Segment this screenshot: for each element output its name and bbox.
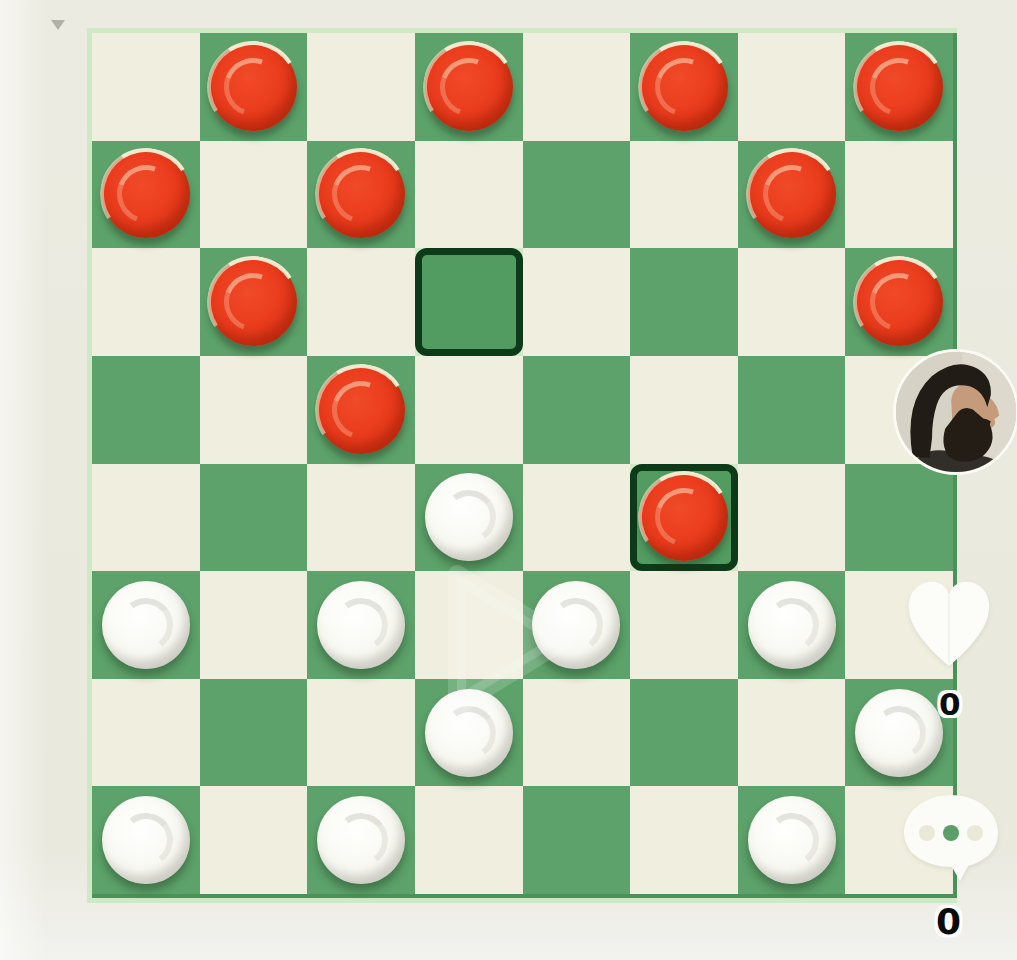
red-piece[interactable] xyxy=(425,43,513,131)
square-r5c5 xyxy=(523,464,631,572)
square-r1c8[interactable] xyxy=(845,33,953,141)
square-r2c1[interactable] xyxy=(92,141,200,249)
video-play-icon[interactable] xyxy=(441,562,581,722)
red-piece[interactable] xyxy=(209,258,297,346)
square-r1c7 xyxy=(738,33,846,141)
checkers-board xyxy=(87,28,957,903)
square-r4c2 xyxy=(200,356,308,464)
square-r4c7[interactable] xyxy=(738,356,846,464)
white-piece[interactable] xyxy=(102,581,190,669)
square-r5c1 xyxy=(92,464,200,572)
square-r3c4[interactable] xyxy=(415,248,523,356)
like-button[interactable] xyxy=(901,574,997,680)
square-r1c4[interactable] xyxy=(415,33,523,141)
white-piece[interactable] xyxy=(748,796,836,884)
opponent-avatar[interactable] xyxy=(893,349,1017,475)
square-r1c5 xyxy=(523,33,631,141)
white-piece[interactable] xyxy=(748,581,836,669)
square-r3c5 xyxy=(523,248,631,356)
square-r2c3[interactable] xyxy=(307,141,415,249)
red-piece[interactable] xyxy=(748,150,836,238)
white-piece[interactable] xyxy=(425,473,513,561)
square-r6c1[interactable] xyxy=(92,571,200,679)
square-r2c4 xyxy=(415,141,523,249)
like-count: 0 xyxy=(939,689,961,720)
square-r8c3[interactable] xyxy=(307,786,415,894)
square-r7c8[interactable] xyxy=(845,679,953,787)
square-r6c6 xyxy=(630,571,738,679)
red-piece[interactable] xyxy=(209,43,297,131)
red-piece[interactable] xyxy=(102,150,190,238)
square-r7c6[interactable] xyxy=(630,679,738,787)
square-r5c8[interactable] xyxy=(845,464,953,572)
square-r8c2 xyxy=(200,786,308,894)
comment-button[interactable] xyxy=(901,792,1001,886)
square-r5c4[interactable] xyxy=(415,464,523,572)
square-r3c8[interactable] xyxy=(845,248,953,356)
comment-count: 0 xyxy=(936,904,961,940)
like-heart-icon xyxy=(901,574,997,680)
square-r6c2 xyxy=(200,571,308,679)
red-piece[interactable] xyxy=(317,366,405,454)
square-r8c1[interactable] xyxy=(92,786,200,894)
red-piece[interactable] xyxy=(855,258,943,346)
checkers-game-screen: 0 0 xyxy=(0,0,1017,960)
avatar-photo xyxy=(896,352,1016,472)
square-r3c1 xyxy=(92,248,200,356)
square-r2c6 xyxy=(630,141,738,249)
white-piece[interactable] xyxy=(855,689,943,777)
square-r7c1 xyxy=(92,679,200,787)
white-piece[interactable] xyxy=(317,796,405,884)
dropdown-arrow-icon[interactable] xyxy=(51,20,65,30)
ellipsis-dots-icon xyxy=(919,825,983,841)
white-piece[interactable] xyxy=(102,796,190,884)
square-r5c2[interactable] xyxy=(200,464,308,572)
red-piece[interactable] xyxy=(317,150,405,238)
red-piece[interactable] xyxy=(855,43,943,131)
square-r5c6[interactable] xyxy=(630,464,738,572)
square-r2c8 xyxy=(845,141,953,249)
square-r6c3[interactable] xyxy=(307,571,415,679)
square-r7c2[interactable] xyxy=(200,679,308,787)
square-r2c7[interactable] xyxy=(738,141,846,249)
square-r1c6[interactable] xyxy=(630,33,738,141)
square-r3c3 xyxy=(307,248,415,356)
square-r1c3 xyxy=(307,33,415,141)
square-r7c3 xyxy=(307,679,415,787)
comment-bubble-icon xyxy=(901,792,1001,886)
board-grid xyxy=(92,33,957,898)
square-r1c1 xyxy=(92,33,200,141)
square-r5c3 xyxy=(307,464,415,572)
square-r4c5[interactable] xyxy=(523,356,631,464)
square-r8c5[interactable] xyxy=(523,786,631,894)
square-r7c7 xyxy=(738,679,846,787)
square-r2c5[interactable] xyxy=(523,141,631,249)
red-piece[interactable] xyxy=(640,473,728,561)
square-r4c6 xyxy=(630,356,738,464)
square-r4c1[interactable] xyxy=(92,356,200,464)
square-r3c7 xyxy=(738,248,846,356)
square-r8c4 xyxy=(415,786,523,894)
square-r3c2[interactable] xyxy=(200,248,308,356)
square-r5c7 xyxy=(738,464,846,572)
square-r6c7[interactable] xyxy=(738,571,846,679)
square-r4c4 xyxy=(415,356,523,464)
red-piece[interactable] xyxy=(640,43,728,131)
square-r1c2[interactable] xyxy=(200,33,308,141)
square-r8c7[interactable] xyxy=(738,786,846,894)
square-r2c2 xyxy=(200,141,308,249)
square-r8c6 xyxy=(630,786,738,894)
square-r3c6[interactable] xyxy=(630,248,738,356)
square-r4c3[interactable] xyxy=(307,356,415,464)
white-piece[interactable] xyxy=(317,581,405,669)
